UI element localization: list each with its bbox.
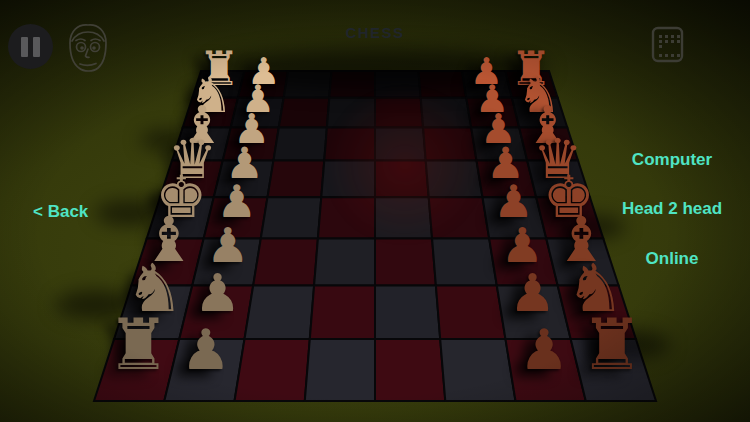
- board-setup-icon: [651, 26, 685, 64]
- piece-red-pawn-f7[interactable]: ♟: [501, 221, 544, 269]
- piece-red-pawn-h7[interactable]: ♟: [519, 322, 569, 378]
- pause-button[interactable]: [8, 24, 53, 69]
- profile-face-icon: [62, 21, 114, 75]
- piece-red-rook-h8[interactable]: ♜: [580, 309, 644, 380]
- menu-item-online[interactable]: Online: [592, 249, 750, 269]
- piece-white-pawn-h2[interactable]: ♟: [181, 322, 231, 378]
- menu-item-computer[interactable]: Computer: [592, 150, 750, 170]
- pause-icon: [21, 37, 28, 57]
- piece-red-pawn-g7[interactable]: ♟: [509, 268, 556, 320]
- app-window: ♜♟♟♜♞♟♟♞♝♟♟♝♛♟♟♛♚♟♟♚♝♟♟♝♞♟♟♞♜♟♟♜ CHESS: [0, 0, 750, 422]
- profile-button[interactable]: [62, 21, 114, 75]
- piece-white-pawn-f2[interactable]: ♟: [206, 221, 249, 269]
- back-button[interactable]: < Back: [33, 202, 88, 222]
- board-setup-button[interactable]: [651, 26, 685, 64]
- piece-white-rook-h1[interactable]: ♜: [106, 309, 170, 380]
- piece-white-pawn-g2[interactable]: ♟: [194, 268, 241, 320]
- pause-icon: [33, 37, 40, 57]
- menu-item-head-2-head[interactable]: Head 2 head: [592, 199, 750, 219]
